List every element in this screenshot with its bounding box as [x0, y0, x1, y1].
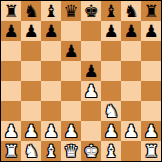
- square-h5[interactable]: [141, 61, 161, 81]
- square-g2[interactable]: ♟: [121, 121, 141, 141]
- square-g4[interactable]: [121, 81, 141, 101]
- square-a8[interactable]: ♜: [1, 1, 21, 21]
- square-f7[interactable]: ♟: [101, 21, 121, 41]
- square-b3[interactable]: [21, 101, 41, 121]
- piece-black-king[interactable]: ♚: [83, 1, 98, 21]
- piece-white-king[interactable]: ♚: [83, 141, 98, 161]
- square-h7[interactable]: ♟: [141, 21, 161, 41]
- piece-white-pawn[interactable]: ♟: [43, 121, 58, 141]
- square-c1[interactable]: ♝: [41, 141, 61, 161]
- square-b4[interactable]: [21, 81, 41, 101]
- piece-white-pawn[interactable]: ♟: [63, 121, 78, 141]
- square-g6[interactable]: [121, 41, 141, 61]
- square-g1[interactable]: [121, 141, 141, 161]
- square-e4[interactable]: ♟: [81, 81, 101, 101]
- piece-black-queen[interactable]: ♛: [63, 1, 78, 21]
- square-b2[interactable]: ♟: [21, 121, 41, 141]
- square-g3[interactable]: [121, 101, 141, 121]
- square-e7[interactable]: [81, 21, 101, 41]
- square-a5[interactable]: [1, 61, 21, 81]
- square-e2[interactable]: [81, 121, 101, 141]
- square-e5[interactable]: ♟: [81, 61, 101, 81]
- square-d2[interactable]: ♟: [61, 121, 81, 141]
- piece-white-rook[interactable]: ♜: [143, 141, 158, 161]
- square-g5[interactable]: [121, 61, 141, 81]
- square-e3[interactable]: [81, 101, 101, 121]
- square-f6[interactable]: [101, 41, 121, 61]
- square-b5[interactable]: [21, 61, 41, 81]
- piece-white-pawn[interactable]: ♟: [83, 81, 98, 101]
- square-c4[interactable]: [41, 81, 61, 101]
- piece-black-rook[interactable]: ♜: [143, 1, 158, 21]
- square-h1[interactable]: ♜: [141, 141, 161, 161]
- square-d6[interactable]: ♟: [61, 41, 81, 61]
- square-c8[interactable]: ♝: [41, 1, 61, 21]
- square-f5[interactable]: [101, 61, 121, 81]
- piece-black-bishop[interactable]: ♝: [103, 1, 118, 21]
- square-h3[interactable]: [141, 101, 161, 121]
- piece-white-pawn[interactable]: ♟: [123, 121, 138, 141]
- square-d3[interactable]: [61, 101, 81, 121]
- square-e6[interactable]: [81, 41, 101, 61]
- square-d8[interactable]: ♛: [61, 1, 81, 21]
- piece-white-pawn[interactable]: ♟: [3, 121, 18, 141]
- piece-black-pawn[interactable]: ♟: [23, 21, 38, 41]
- square-c3[interactable]: [41, 101, 61, 121]
- square-d7[interactable]: [61, 21, 81, 41]
- square-b8[interactable]: ♞: [21, 1, 41, 21]
- square-f4[interactable]: [101, 81, 121, 101]
- piece-white-rook[interactable]: ♜: [3, 141, 18, 161]
- piece-white-pawn[interactable]: ♟: [23, 121, 38, 141]
- square-e1[interactable]: ♚: [81, 141, 101, 161]
- square-b6[interactable]: [21, 41, 41, 61]
- piece-black-pawn[interactable]: ♟: [43, 21, 58, 41]
- square-e8[interactable]: ♚: [81, 1, 101, 21]
- piece-white-pawn[interactable]: ♟: [103, 121, 118, 141]
- square-a4[interactable]: [1, 81, 21, 101]
- square-c2[interactable]: ♟: [41, 121, 61, 141]
- piece-black-pawn[interactable]: ♟: [103, 21, 118, 41]
- square-f2[interactable]: ♟: [101, 121, 121, 141]
- piece-black-rook[interactable]: ♜: [3, 1, 18, 21]
- piece-black-pawn[interactable]: ♟: [143, 21, 158, 41]
- piece-black-knight[interactable]: ♞: [123, 1, 138, 21]
- square-h4[interactable]: [141, 81, 161, 101]
- piece-white-pawn[interactable]: ♟: [143, 121, 158, 141]
- square-h6[interactable]: [141, 41, 161, 61]
- square-c7[interactable]: ♟: [41, 21, 61, 41]
- square-f8[interactable]: ♝: [101, 1, 121, 21]
- piece-white-knight[interactable]: ♞: [23, 141, 38, 161]
- square-a1[interactable]: ♜: [1, 141, 21, 161]
- piece-white-knight[interactable]: ♞: [103, 101, 118, 121]
- piece-white-bishop[interactable]: ♝: [103, 141, 118, 161]
- square-a2[interactable]: ♟: [1, 121, 21, 141]
- square-d4[interactable]: [61, 81, 81, 101]
- square-a7[interactable]: ♟: [1, 21, 21, 41]
- square-d1[interactable]: ♛: [61, 141, 81, 161]
- square-b1[interactable]: ♞: [21, 141, 41, 161]
- square-c6[interactable]: [41, 41, 61, 61]
- piece-black-pawn[interactable]: ♟: [3, 21, 18, 41]
- square-d5[interactable]: [61, 61, 81, 81]
- piece-black-knight[interactable]: ♞: [23, 1, 38, 21]
- piece-black-pawn[interactable]: ♟: [63, 41, 78, 61]
- square-a6[interactable]: [1, 41, 21, 61]
- chess-board: ♜♞♝♛♚♝♞♜♟♟♟♟♟♟♟♟♟♞♟♟♟♟♟♟♟♜♞♝♛♚♝♜: [0, 0, 162, 162]
- square-g7[interactable]: ♟: [121, 21, 141, 41]
- piece-black-pawn[interactable]: ♟: [83, 61, 98, 81]
- square-c5[interactable]: [41, 61, 61, 81]
- piece-white-bishop[interactable]: ♝: [43, 141, 58, 161]
- square-a3[interactable]: [1, 101, 21, 121]
- square-g8[interactable]: ♞: [121, 1, 141, 21]
- square-b7[interactable]: ♟: [21, 21, 41, 41]
- square-f3[interactable]: ♞: [101, 101, 121, 121]
- piece-black-bishop[interactable]: ♝: [43, 1, 58, 21]
- square-f1[interactable]: ♝: [101, 141, 121, 161]
- piece-black-pawn[interactable]: ♟: [123, 21, 138, 41]
- piece-white-queen[interactable]: ♛: [63, 141, 78, 161]
- square-h2[interactable]: ♟: [141, 121, 161, 141]
- square-h8[interactable]: ♜: [141, 1, 161, 21]
